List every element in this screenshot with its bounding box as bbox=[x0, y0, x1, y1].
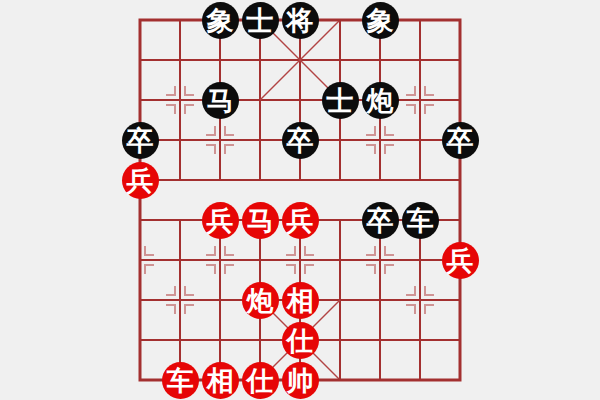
black-soldier-piece[interactable]: 卒 bbox=[282, 122, 319, 159]
black-elephant-piece[interactable]: 象 bbox=[362, 2, 399, 39]
red-soldier-piece[interactable]: 兵 bbox=[282, 202, 319, 239]
black-soldier-piece[interactable]: 卒 bbox=[122, 122, 159, 159]
black-general-piece[interactable]: 将 bbox=[282, 2, 319, 39]
black-soldier-piece[interactable]: 卒 bbox=[362, 202, 399, 239]
red-advisor-piece[interactable]: 仕 bbox=[282, 322, 319, 359]
red-soldier-piece[interactable]: 兵 bbox=[122, 162, 159, 199]
black-elephant-piece[interactable]: 象 bbox=[202, 2, 239, 39]
black-advisor-piece[interactable]: 士 bbox=[322, 82, 359, 119]
red-elephant-piece[interactable]: 相 bbox=[282, 282, 319, 319]
red-elephant-piece[interactable]: 相 bbox=[202, 362, 239, 399]
red-general-piece[interactable]: 帅 bbox=[282, 362, 319, 399]
black-advisor-piece[interactable]: 士 bbox=[242, 2, 279, 39]
black-soldier-piece[interactable]: 卒 bbox=[442, 122, 479, 159]
red-cannon-piece[interactable]: 炮 bbox=[242, 282, 279, 319]
xiangqi-board: 象士将象马士炮卒卒卒兵兵马兵卒车兵炮相仕车相仕帅 bbox=[120, 0, 480, 400]
red-soldier-piece[interactable]: 兵 bbox=[202, 202, 239, 239]
red-advisor-piece[interactable]: 仕 bbox=[242, 362, 279, 399]
xiangqi-app: 象士将象马士炮卒卒卒兵兵马兵卒车兵炮相仕车相仕帅 bbox=[0, 0, 600, 400]
black-cannon-piece[interactable]: 炮 bbox=[362, 82, 399, 119]
black-horse-piece[interactable]: 马 bbox=[202, 82, 239, 119]
red-chariot-piece[interactable]: 车 bbox=[162, 362, 199, 399]
red-horse-piece[interactable]: 马 bbox=[242, 202, 279, 239]
red-soldier-piece[interactable]: 兵 bbox=[442, 242, 479, 279]
black-chariot-piece[interactable]: 车 bbox=[402, 202, 439, 239]
